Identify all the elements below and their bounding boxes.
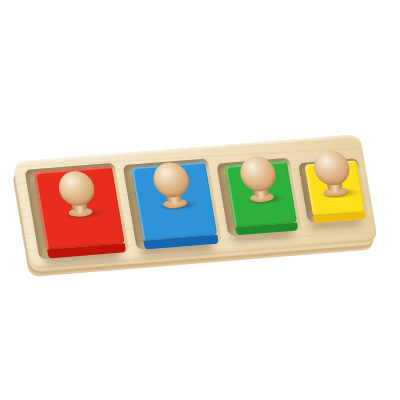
puzzle-board: [13, 134, 378, 269]
well-yellow-smallest: [298, 158, 368, 222]
well-blue: [123, 158, 222, 249]
knob-yellow-piece[interactable]: [311, 149, 354, 197]
piece-red-square[interactable]: [34, 166, 125, 249]
product-photo: [0, 0, 400, 400]
well-green: [216, 157, 301, 235]
knob-red-piece[interactable]: [56, 170, 99, 218]
well-red-largest: [24, 163, 129, 259]
knob-ball: [311, 149, 352, 186]
piece-blue-square[interactable]: [131, 161, 217, 240]
knob-ball: [56, 170, 97, 207]
recess-row: [13, 134, 378, 269]
piece-green-square[interactable]: [225, 161, 297, 227]
piece-yellow-square[interactable]: [304, 160, 365, 216]
knob-blue-piece[interactable]: [150, 161, 193, 209]
knob-green-piece[interactable]: [237, 155, 280, 203]
knob-ball: [237, 155, 278, 192]
knob-ball: [150, 161, 191, 198]
